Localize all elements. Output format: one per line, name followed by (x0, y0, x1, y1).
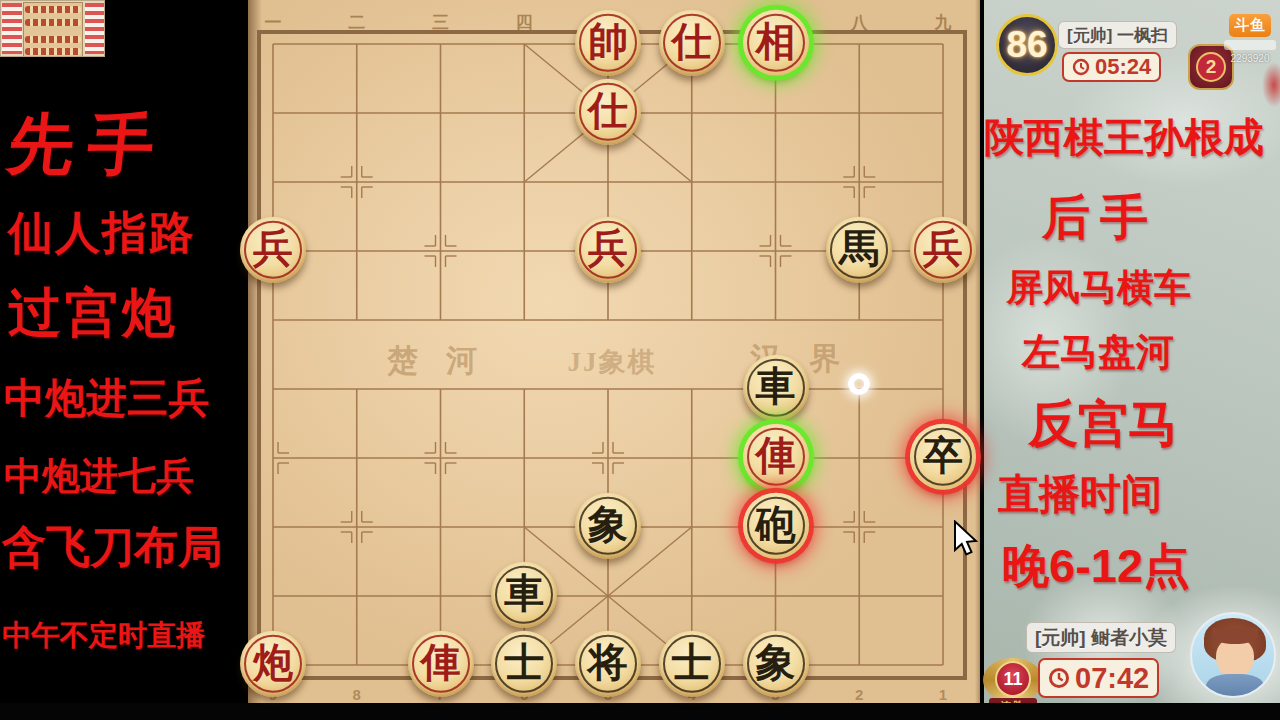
top-player-time: 05:24 (1095, 54, 1151, 80)
top-file-label: 三 (432, 11, 449, 34)
piece-character: 仕 (672, 22, 712, 62)
bottom-player-name: [元帅] 鲥者小莫 (1026, 622, 1176, 653)
red-king-piece[interactable]: 帥 (575, 10, 641, 76)
bottom-player-avatar[interactable] (1190, 612, 1276, 698)
caption-defense-2: 左马盘河 (1022, 327, 1174, 378)
piece-character: 車 (504, 574, 544, 614)
black-advisor-piece[interactable]: 士 (659, 631, 725, 697)
black-elephant-piece[interactable]: 象 (743, 631, 809, 697)
black-advisor-piece[interactable]: 士 (491, 631, 557, 697)
top-file-label: 四 (516, 11, 533, 34)
bottom-player-timer: 07:42 (1038, 658, 1159, 698)
red-advisor-piece[interactable]: 仕 (575, 79, 641, 145)
red-elephant-piece[interactable]: 相 (743, 10, 809, 76)
piece-character: 車 (756, 367, 796, 407)
top-file-label: 二 (348, 11, 365, 34)
top-file-label: 九 (935, 11, 952, 34)
caption-second-move: 后手 (1042, 186, 1158, 250)
piece-character: 相 (756, 22, 796, 62)
black-chariot-piece[interactable]: 車 (743, 355, 809, 421)
black-king-piece[interactable]: 将 (575, 631, 641, 697)
piece-character: 俥 (756, 436, 796, 476)
top-player-timer: 05:24 (1062, 52, 1161, 82)
river-text-watermark: JJ象棋 (568, 344, 657, 380)
black-pawn-piece[interactable]: 卒 (910, 424, 976, 490)
top-file-label: 八 (851, 11, 868, 34)
caption-opening-1: 仙人指路 (8, 203, 196, 263)
caption-live-time-value: 晚6-12点 (1002, 535, 1190, 598)
piece-character: 象 (756, 643, 796, 683)
red-chariot-piece[interactable]: 俥 (743, 424, 809, 490)
red-advisor-piece[interactable]: 仕 (659, 10, 725, 76)
piece-character: 卒 (923, 436, 963, 476)
mini-preview-thumbnail (0, 0, 105, 57)
piece-character: 仕 (588, 91, 628, 131)
piece-character: 馬 (839, 229, 879, 269)
red-chariot-piece[interactable]: 俥 (408, 631, 474, 697)
black-cannon-piece[interactable]: 砲 (743, 493, 809, 559)
avatar-face (1216, 638, 1254, 678)
caption-first-move: 先手 (3, 100, 172, 190)
room-id: 2293920 (1224, 53, 1276, 64)
bottom-file-label: 8 (353, 686, 361, 703)
river-text-left: 楚 河 (387, 340, 487, 382)
piece-character: 砲 (756, 505, 796, 545)
red-pawn-piece[interactable]: 兵 (575, 217, 641, 283)
last-move-marker (848, 373, 870, 395)
bottom-player-time: 07:42 (1075, 662, 1149, 695)
piece-character: 俥 (421, 643, 461, 683)
black-chariot-piece[interactable]: 車 (491, 562, 557, 628)
caption-defense-1: 屏风马横车 (1006, 263, 1191, 313)
avatar-fringe (1212, 628, 1258, 644)
black-horse-piece[interactable]: 馬 (826, 217, 892, 283)
caption-defense-3: 反宫马 (1028, 391, 1178, 458)
caption-opening-2: 过宫炮 (8, 278, 179, 350)
piece-character: 象 (588, 505, 628, 545)
piece-character: 将 (588, 643, 628, 683)
caption-schedule-note: 中午不定时直播 (2, 616, 205, 656)
caption-live-time-label: 直播时间 (998, 467, 1162, 522)
piece-character: 士 (672, 643, 712, 683)
clock-icon (1072, 58, 1090, 76)
top-player-name: [元帅] 一枫扫 (1058, 21, 1177, 49)
caption-opponent-title: 陕西棋王孙根成 (984, 110, 1264, 165)
piece-character: 兵 (253, 229, 293, 269)
letterbox-bar (0, 703, 1280, 720)
caption-opening-5: 含飞刀布局 (2, 518, 222, 577)
black-elephant-piece[interactable]: 象 (575, 493, 641, 559)
piece-character: 兵 (923, 229, 963, 269)
bottom-file-label: 1 (939, 686, 947, 703)
piece-character: 兵 (588, 229, 628, 269)
bottom-file-label: 2 (855, 686, 863, 703)
caption-opening-3: 中炮进三兵 (4, 371, 209, 426)
top-file-label: 一 (265, 11, 282, 34)
red-pawn-piece[interactable]: 兵 (240, 217, 306, 283)
streak-count: 11 (1003, 669, 1022, 690)
caption-opening-4: 中炮进七兵 (4, 451, 194, 502)
watermark-subtitle (1224, 40, 1276, 50)
mouse-cursor (952, 520, 982, 556)
clock-icon (1048, 667, 1070, 689)
piece-character: 炮 (253, 643, 293, 683)
douyu-logo: 斗鱼 (1229, 14, 1271, 37)
piece-character: 士 (504, 643, 544, 683)
piece-character: 帥 (588, 22, 628, 62)
red-pawn-piece[interactable]: 兵 (910, 217, 976, 283)
top-player-avatar[interactable]: 86 (996, 14, 1058, 76)
red-cannon-piece[interactable]: 炮 (240, 631, 306, 697)
platform-watermark: 斗鱼 2293920 (1224, 14, 1276, 64)
top-player-level: 86 (1006, 24, 1047, 66)
